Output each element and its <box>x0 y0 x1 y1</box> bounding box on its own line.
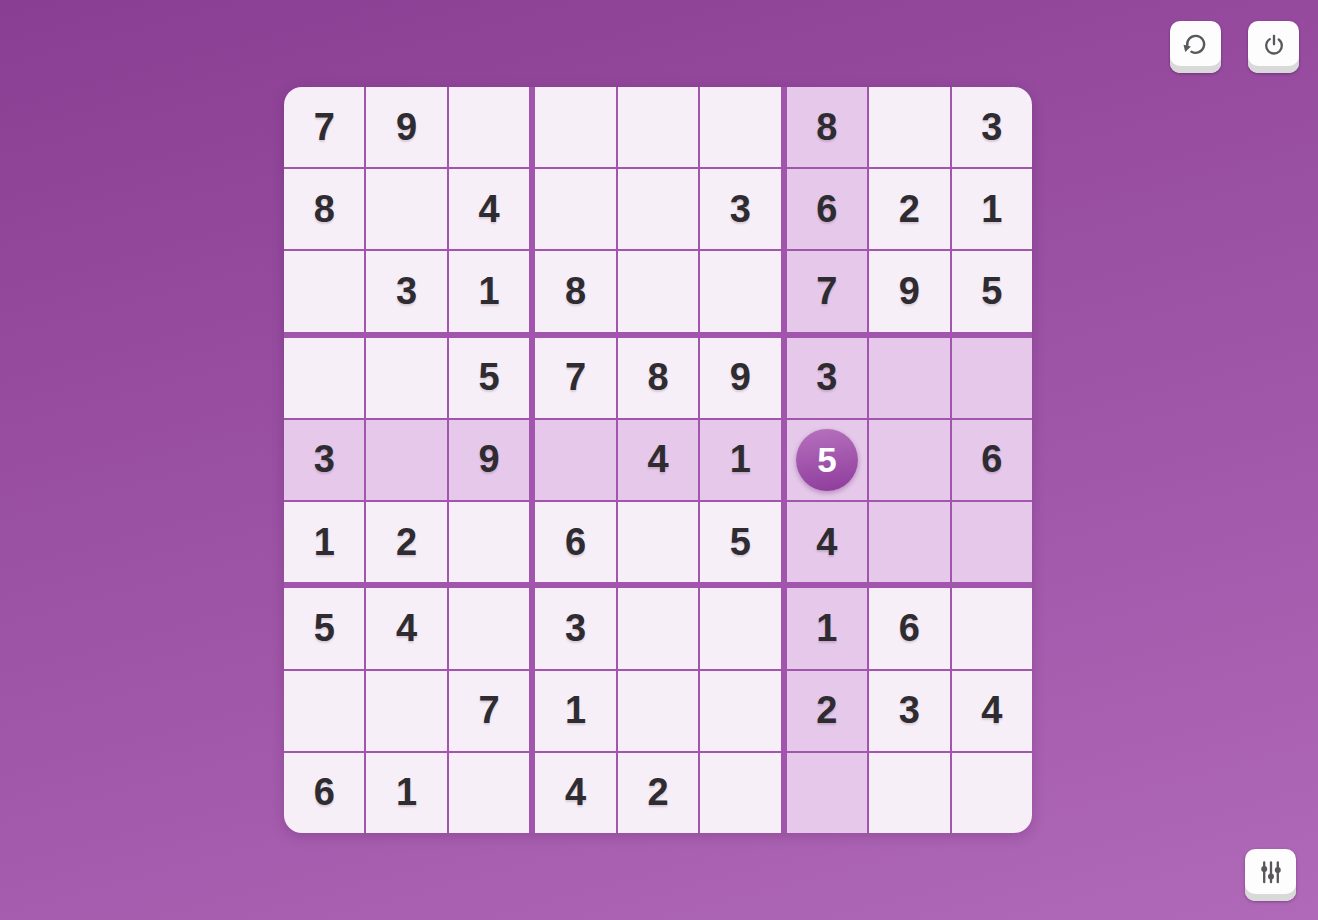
box-3: 83621795 <box>787 87 1032 332</box>
cell-r6c2[interactable]: 2 <box>366 502 446 582</box>
cell-r8c8[interactable]: 3 <box>869 671 949 751</box>
cell-r7c2[interactable]: 4 <box>366 588 446 668</box>
cell-r9c3[interactable] <box>449 753 529 833</box>
cell-r6c5[interactable] <box>618 502 698 582</box>
cell-r7c4[interactable]: 3 <box>535 588 615 668</box>
box-2: 38 <box>535 87 780 332</box>
cell-r4c9[interactable] <box>952 338 1032 418</box>
cell-r4c4[interactable]: 7 <box>535 338 615 418</box>
cell-r9c2[interactable]: 1 <box>366 753 446 833</box>
cell-r6c8[interactable] <box>869 502 949 582</box>
cell-r8c3[interactable]: 7 <box>449 671 529 751</box>
cell-r5c7[interactable]: 5 <box>787 420 867 500</box>
box-6: 3564 <box>787 338 1032 583</box>
cell-r3c5[interactable] <box>618 251 698 331</box>
cell-r4c5[interactable]: 8 <box>618 338 698 418</box>
cell-r1c8[interactable] <box>869 87 949 167</box>
box-1: 798431 <box>284 87 529 332</box>
cell-r6c7[interactable]: 4 <box>787 502 867 582</box>
cell-r2c4[interactable] <box>535 169 615 249</box>
cell-r9c4[interactable]: 4 <box>535 753 615 833</box>
cell-r4c3[interactable]: 5 <box>449 338 529 418</box>
cell-r4c1[interactable] <box>284 338 364 418</box>
cell-r7c9[interactable] <box>952 588 1032 668</box>
box-7: 54761 <box>284 588 529 833</box>
power-button[interactable] <box>1248 21 1299 73</box>
cell-r3c3[interactable]: 1 <box>449 251 529 331</box>
cell-r5c1[interactable]: 3 <box>284 420 364 500</box>
cell-r2c9[interactable]: 1 <box>952 169 1032 249</box>
cell-r6c4[interactable]: 6 <box>535 502 615 582</box>
cell-r2c6[interactable]: 3 <box>700 169 780 249</box>
cell-r4c6[interactable]: 9 <box>700 338 780 418</box>
cell-r8c6[interactable] <box>700 671 780 751</box>
app-background: 7984313883621795539127894165356454761314… <box>0 0 1318 920</box>
cell-r7c5[interactable] <box>618 588 698 668</box>
cell-r1c9[interactable]: 3 <box>952 87 1032 167</box>
cell-r1c3[interactable] <box>449 87 529 167</box>
cell-r6c3[interactable] <box>449 502 529 582</box>
cell-r2c5[interactable] <box>618 169 698 249</box>
cell-r5c3[interactable]: 9 <box>449 420 529 500</box>
restart-icon <box>1179 27 1213 61</box>
cell-r9c9[interactable] <box>952 753 1032 833</box>
cell-r8c5[interactable] <box>618 671 698 751</box>
cell-r8c4[interactable]: 1 <box>535 671 615 751</box>
cell-r3c6[interactable] <box>700 251 780 331</box>
settings-button[interactable] <box>1245 849 1296 901</box>
cell-r9c7[interactable] <box>787 753 867 833</box>
cell-r4c7[interactable]: 3 <box>787 338 867 418</box>
cell-r2c1[interactable]: 8 <box>284 169 364 249</box>
cell-r7c7[interactable]: 1 <box>787 588 867 668</box>
cell-r1c5[interactable] <box>618 87 698 167</box>
sudoku-board: 7984313883621795539127894165356454761314… <box>284 87 1032 833</box>
restart-button[interactable] <box>1170 21 1221 73</box>
cell-r1c1[interactable]: 7 <box>284 87 364 167</box>
cell-r7c3[interactable] <box>449 588 529 668</box>
selected-cell-circle: 5 <box>796 429 858 491</box>
cell-r5c6[interactable]: 1 <box>700 420 780 500</box>
cell-r9c1[interactable]: 6 <box>284 753 364 833</box>
cell-r3c7[interactable]: 7 <box>787 251 867 331</box>
power-icon <box>1257 27 1291 61</box>
cell-r1c7[interactable]: 8 <box>787 87 867 167</box>
cell-r6c9[interactable] <box>952 502 1032 582</box>
cell-r2c8[interactable]: 2 <box>869 169 949 249</box>
cell-r5c4[interactable] <box>535 420 615 500</box>
cell-r1c4[interactable] <box>535 87 615 167</box>
cell-r5c9[interactable]: 6 <box>952 420 1032 500</box>
cell-r4c8[interactable] <box>869 338 949 418</box>
cell-r3c4[interactable]: 8 <box>535 251 615 331</box>
cell-r1c2[interactable]: 9 <box>366 87 446 167</box>
cell-r3c1[interactable] <box>284 251 364 331</box>
cell-r9c8[interactable] <box>869 753 949 833</box>
cell-r9c6[interactable] <box>700 753 780 833</box>
cell-r8c7[interactable]: 2 <box>787 671 867 751</box>
cell-r8c9[interactable]: 4 <box>952 671 1032 751</box>
cell-r4c2[interactable] <box>366 338 446 418</box>
box-4: 53912 <box>284 338 529 583</box>
cell-r7c1[interactable]: 5 <box>284 588 364 668</box>
cell-r3c2[interactable]: 3 <box>366 251 446 331</box>
cell-r6c1[interactable]: 1 <box>284 502 364 582</box>
cell-r7c6[interactable] <box>700 588 780 668</box>
cell-r8c1[interactable] <box>284 671 364 751</box>
box-5: 7894165 <box>535 338 780 583</box>
cell-r2c2[interactable] <box>366 169 446 249</box>
cell-r5c8[interactable] <box>869 420 949 500</box>
cell-r7c8[interactable]: 6 <box>869 588 949 668</box>
cell-r5c2[interactable] <box>366 420 446 500</box>
cell-r2c7[interactable]: 6 <box>787 169 867 249</box>
cell-r3c9[interactable]: 5 <box>952 251 1032 331</box>
cell-r5c5[interactable]: 4 <box>618 420 698 500</box>
cell-r6c6[interactable]: 5 <box>700 502 780 582</box>
cell-r3c8[interactable]: 9 <box>869 251 949 331</box>
cell-r2c3[interactable]: 4 <box>449 169 529 249</box>
cell-r8c2[interactable] <box>366 671 446 751</box>
box-9: 16234 <box>787 588 1032 833</box>
cell-r1c6[interactable] <box>700 87 780 167</box>
cell-r9c5[interactable]: 2 <box>618 753 698 833</box>
box-8: 3142 <box>535 588 780 833</box>
sliders-icon <box>1254 855 1288 889</box>
